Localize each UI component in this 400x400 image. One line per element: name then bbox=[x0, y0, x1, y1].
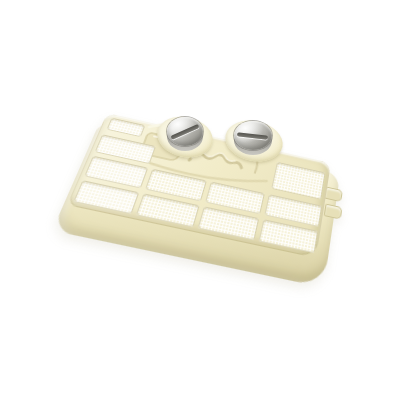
screw-head-top bbox=[234, 121, 272, 150]
right-slotted-screw bbox=[234, 121, 272, 150]
mesh-panel bbox=[271, 162, 325, 200]
screw-head-top bbox=[167, 117, 203, 146]
screw-slot bbox=[237, 132, 268, 139]
product-photo bbox=[0, 0, 400, 400]
screw-slot bbox=[171, 124, 200, 140]
left-slotted-screw bbox=[167, 117, 203, 146]
mesh-panel bbox=[106, 118, 145, 137]
